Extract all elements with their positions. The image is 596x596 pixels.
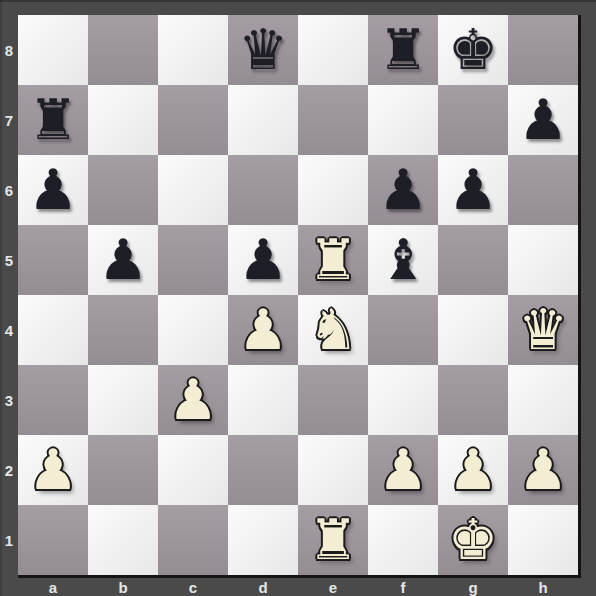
square-f8[interactable]: ♜ — [368, 15, 438, 85]
square-a7[interactable]: ♜ — [18, 85, 88, 155]
rank-label-3: 3 — [0, 365, 18, 435]
piece-white-pawn[interactable]: ♟ — [508, 435, 578, 505]
piece-black-pawn[interactable]: ♟ — [88, 225, 158, 295]
square-e4[interactable]: ♞ — [298, 295, 368, 365]
rank-label-4: 4 — [0, 295, 18, 365]
square-c4[interactable] — [158, 295, 228, 365]
square-d5[interactable]: ♟ — [228, 225, 298, 295]
square-f6[interactable]: ♟ — [368, 155, 438, 225]
square-f7[interactable] — [368, 85, 438, 155]
square-g7[interactable] — [438, 85, 508, 155]
square-b1[interactable] — [88, 505, 158, 575]
square-h8[interactable] — [508, 15, 578, 85]
square-d8[interactable]: ♛ — [228, 15, 298, 85]
file-label-a: a — [18, 578, 88, 596]
square-e7[interactable] — [298, 85, 368, 155]
piece-black-rook[interactable]: ♜ — [368, 15, 438, 85]
square-a1[interactable] — [18, 505, 88, 575]
square-b5[interactable]: ♟ — [88, 225, 158, 295]
square-h4[interactable]: ♛ — [508, 295, 578, 365]
piece-black-rook[interactable]: ♜ — [18, 85, 88, 155]
square-e6[interactable] — [298, 155, 368, 225]
piece-black-pawn[interactable]: ♟ — [18, 155, 88, 225]
file-labels: abcdefgh — [18, 578, 578, 596]
square-c7[interactable] — [158, 85, 228, 155]
square-e2[interactable] — [298, 435, 368, 505]
file-label-g: g — [438, 578, 508, 596]
square-e5[interactable]: ♜ — [298, 225, 368, 295]
square-d6[interactable] — [228, 155, 298, 225]
square-g1[interactable]: ♚ — [438, 505, 508, 575]
square-c1[interactable] — [158, 505, 228, 575]
piece-black-pawn[interactable]: ♟ — [368, 155, 438, 225]
square-g2[interactable]: ♟ — [438, 435, 508, 505]
square-g4[interactable] — [438, 295, 508, 365]
square-d3[interactable] — [228, 365, 298, 435]
piece-black-king[interactable]: ♚ — [438, 15, 508, 85]
square-g8[interactable]: ♚ — [438, 15, 508, 85]
square-f4[interactable] — [368, 295, 438, 365]
square-f1[interactable] — [368, 505, 438, 575]
chess-board-frame: ♛♜♚♜♟♟♟♟♟♟♜♝♟♞♛♟♟♟♟♟♜♚ 87654321 abcdefgh — [0, 0, 596, 596]
square-b4[interactable] — [88, 295, 158, 365]
file-label-d: d — [228, 578, 298, 596]
piece-white-rook[interactable]: ♜ — [298, 505, 368, 575]
square-c3[interactable]: ♟ — [158, 365, 228, 435]
square-f5[interactable]: ♝ — [368, 225, 438, 295]
square-h5[interactable] — [508, 225, 578, 295]
rank-label-1: 1 — [0, 505, 18, 575]
piece-black-queen[interactable]: ♛ — [228, 15, 298, 85]
square-b6[interactable] — [88, 155, 158, 225]
square-b3[interactable] — [88, 365, 158, 435]
file-label-b: b — [88, 578, 158, 596]
square-d2[interactable] — [228, 435, 298, 505]
square-c5[interactable] — [158, 225, 228, 295]
square-a3[interactable] — [18, 365, 88, 435]
piece-white-king[interactable]: ♚ — [438, 505, 508, 575]
piece-white-pawn[interactable]: ♟ — [18, 435, 88, 505]
square-b7[interactable] — [88, 85, 158, 155]
file-label-f: f — [368, 578, 438, 596]
piece-white-pawn[interactable]: ♟ — [158, 365, 228, 435]
rank-label-7: 7 — [0, 85, 18, 155]
piece-black-pawn[interactable]: ♟ — [228, 225, 298, 295]
square-c6[interactable] — [158, 155, 228, 225]
square-a5[interactable] — [18, 225, 88, 295]
square-h2[interactable]: ♟ — [508, 435, 578, 505]
square-d4[interactable]: ♟ — [228, 295, 298, 365]
piece-white-rook[interactable]: ♜ — [298, 225, 368, 295]
square-a6[interactable]: ♟ — [18, 155, 88, 225]
square-c2[interactable] — [158, 435, 228, 505]
piece-white-pawn[interactable]: ♟ — [368, 435, 438, 505]
piece-white-pawn[interactable]: ♟ — [228, 295, 298, 365]
piece-white-pawn[interactable]: ♟ — [438, 435, 508, 505]
rank-labels: 87654321 — [0, 15, 18, 575]
square-b2[interactable] — [88, 435, 158, 505]
square-g5[interactable] — [438, 225, 508, 295]
square-g3[interactable] — [438, 365, 508, 435]
square-d1[interactable] — [228, 505, 298, 575]
rank-label-6: 6 — [0, 155, 18, 225]
square-e8[interactable] — [298, 15, 368, 85]
square-e1[interactable]: ♜ — [298, 505, 368, 575]
square-d7[interactable] — [228, 85, 298, 155]
file-label-c: c — [158, 578, 228, 596]
chess-board: ♛♜♚♜♟♟♟♟♟♟♜♝♟♞♛♟♟♟♟♟♜♚ — [18, 15, 581, 578]
square-f2[interactable]: ♟ — [368, 435, 438, 505]
square-h3[interactable] — [508, 365, 578, 435]
rank-label-2: 2 — [0, 435, 18, 505]
piece-white-knight[interactable]: ♞ — [298, 295, 368, 365]
square-h6[interactable] — [508, 155, 578, 225]
square-a4[interactable] — [18, 295, 88, 365]
square-h7[interactable]: ♟ — [508, 85, 578, 155]
square-h1[interactable] — [508, 505, 578, 575]
rank-label-5: 5 — [0, 225, 18, 295]
square-a2[interactable]: ♟ — [18, 435, 88, 505]
file-label-h: h — [508, 578, 578, 596]
square-c8[interactable] — [158, 15, 228, 85]
piece-black-bishop[interactable]: ♝ — [368, 225, 438, 295]
square-b8[interactable] — [88, 15, 158, 85]
square-a8[interactable] — [18, 15, 88, 85]
rank-label-8: 8 — [0, 15, 18, 85]
piece-white-queen[interactable]: ♛ — [508, 295, 578, 365]
piece-black-pawn[interactable]: ♟ — [438, 155, 508, 225]
square-e3[interactable] — [298, 365, 368, 435]
square-g6[interactable]: ♟ — [438, 155, 508, 225]
square-f3[interactable] — [368, 365, 438, 435]
piece-black-pawn[interactable]: ♟ — [508, 85, 578, 155]
file-label-e: e — [298, 578, 368, 596]
